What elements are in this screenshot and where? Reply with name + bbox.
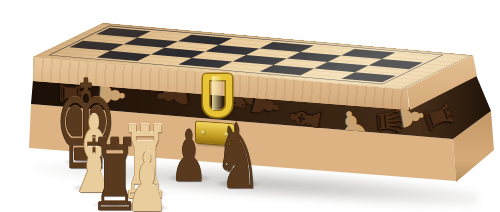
standing-piece-light-pawn: ♟ [126, 142, 169, 212]
standing-piece-dark-pawn: ♟ [171, 121, 208, 192]
chess-box-photo: ♜♟♟♞♟♝♟♛♟♜ ♚♝♜♜♟♟♞ [0, 0, 500, 212]
standing-piece-dark-knight: ♞ [215, 112, 262, 202]
